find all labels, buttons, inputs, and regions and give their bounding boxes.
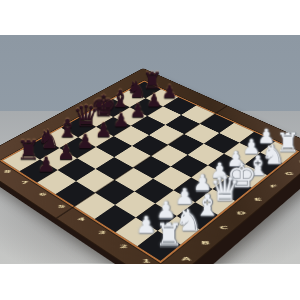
file-label-d: D: [233, 211, 249, 216]
file-label-c: C: [216, 225, 233, 230]
piece-black-pawn[interactable]: ♟: [161, 83, 177, 101]
file-label-f: F: [266, 184, 282, 189]
piece-black-pawn[interactable]: ♟: [130, 101, 147, 120]
piece-black-pawn[interactable]: ♟: [37, 154, 56, 175]
file-label-b: B: [197, 240, 214, 246]
square-d5[interactable]: [114, 146, 151, 168]
piece-black-pawn[interactable]: ♟: [57, 142, 75, 162]
piece-black-pawn[interactable]: ♟: [113, 110, 130, 129]
rank-label-7: 7: [17, 181, 33, 186]
piece-black-pawn[interactable]: ♟: [76, 131, 94, 151]
letterbox-top: [0, 0, 300, 35]
file-label-e: E: [250, 197, 266, 202]
piece-white-rook[interactable]: ♜: [155, 220, 183, 251]
rank-label-2: 2: [115, 244, 132, 250]
board-scene: ♜♞♝♛♚♝♞♜♟♟♟♟♟♟♟♟♟♟♟♟♟♟♟♟♜♞♝♛♚♝♞♜ 1234567…: [0, 35, 300, 264]
piece-black-pawn[interactable]: ♟: [95, 121, 112, 140]
rank-label-8: 8: [0, 170, 15, 174]
rank-label-6: 6: [35, 192, 51, 197]
screenshot-canvas: ♜♞♝♛♚♝♞♜♟♟♟♟♟♟♟♟♟♟♟♟♟♟♟♟♜♞♝♛♚♝♞♜ 1234567…: [0, 0, 300, 300]
letterbox-bottom: [0, 264, 300, 300]
piece-white-pawn[interactable]: ♟: [136, 213, 157, 236]
file-label-a: A: [178, 256, 195, 262]
chessboard: ♜♞♝♛♚♝♞♜♟♟♟♟♟♟♟♟♟♟♟♟♟♟♟♟♜♞♝♛♚♝♞♜ 1234567…: [0, 68, 300, 264]
rank-label-3: 3: [94, 230, 111, 235]
rank-label-4: 4: [73, 217, 89, 222]
piece-black-pawn[interactable]: ♟: [146, 91, 162, 109]
rank-label-5: 5: [54, 204, 70, 209]
file-label-g: G: [281, 172, 297, 176]
photo-area: ♜♞♝♛♚♝♞♜♟♟♟♟♟♟♟♟♟♟♟♟♟♟♟♟♜♞♝♛♚♝♞♜ 1234567…: [0, 35, 300, 264]
chessboard-squares-grid: ♜♞♝♛♚♝♞♜♟♟♟♟♟♟♟♟♟♟♟♟♟♟♟♟♜♞♝♛♚♝♞♜: [3, 82, 297, 261]
file-label-h: H: [296, 160, 300, 164]
square-a2[interactable]: ♟: [116, 218, 158, 247]
